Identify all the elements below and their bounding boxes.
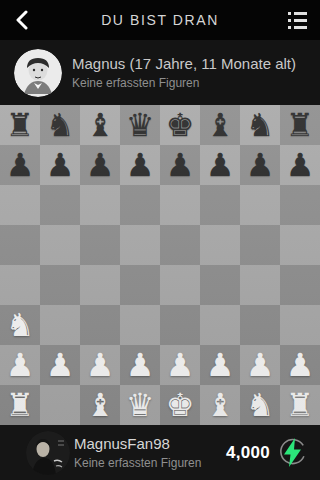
player-avatar — [26, 431, 70, 475]
square-h2[interactable]: ♟ — [280, 345, 320, 385]
square-g6[interactable] — [240, 185, 280, 225]
white-pawn: ♟ — [86, 345, 115, 385]
black-knight: ♞ — [46, 105, 75, 145]
white-pawn: ♟ — [126, 345, 155, 385]
magnus-portrait-icon — [14, 49, 62, 97]
square-d3[interactable] — [120, 305, 160, 345]
white-pawn: ♟ — [6, 345, 35, 385]
white-pawn: ♟ — [246, 345, 275, 385]
square-d4[interactable] — [120, 265, 160, 305]
square-b1[interactable] — [40, 385, 80, 425]
list-menu-icon — [288, 12, 307, 15]
square-e8[interactable]: ♚ — [160, 105, 200, 145]
square-c5[interactable] — [80, 225, 120, 265]
opponent-captured-status: Keine erfassten Figuren — [72, 75, 296, 91]
app-window: DU BIST DRAN Magnus (17 Jahre, 11 Monate… — [0, 0, 320, 480]
white-bishop: ♝ — [86, 385, 115, 425]
square-b5[interactable] — [40, 225, 80, 265]
square-e2[interactable]: ♟ — [160, 345, 200, 385]
square-f5[interactable] — [200, 225, 240, 265]
square-f6[interactable] — [200, 185, 240, 225]
black-bishop: ♝ — [86, 105, 115, 145]
energy-score: 4,000 — [226, 443, 270, 463]
menu-button[interactable] — [282, 6, 312, 34]
square-a2[interactable]: ♟ — [0, 345, 40, 385]
opponent-panel: Magnus (17 Jahre, 11 Monate alt) Keine e… — [0, 40, 320, 105]
square-a4[interactable] — [0, 265, 40, 305]
lightning-bolt-icon[interactable] — [277, 437, 308, 468]
player-photo-icon — [26, 431, 70, 475]
square-d1[interactable]: ♛ — [120, 385, 160, 425]
white-rook: ♜ — [6, 385, 35, 425]
square-h8[interactable]: ♜ — [280, 105, 320, 145]
square-b2[interactable]: ♟ — [40, 345, 80, 385]
square-b4[interactable] — [40, 265, 80, 305]
black-pawn: ♟ — [286, 145, 315, 185]
opponent-avatar — [14, 49, 62, 97]
square-b8[interactable]: ♞ — [40, 105, 80, 145]
white-pawn: ♟ — [46, 345, 75, 385]
square-g2[interactable]: ♟ — [240, 345, 280, 385]
chevron-left-icon — [15, 10, 29, 30]
square-h1[interactable]: ♜ — [280, 385, 320, 425]
square-h3[interactable] — [280, 305, 320, 345]
black-knight: ♞ — [246, 105, 275, 145]
square-e4[interactable] — [160, 265, 200, 305]
square-e3[interactable] — [160, 305, 200, 345]
square-d6[interactable] — [120, 185, 160, 225]
player-panel: MagnusFan98 Keine erfassten Figuren 4,00… — [0, 425, 320, 480]
black-bishop: ♝ — [206, 105, 235, 145]
white-pawn: ♟ — [166, 345, 195, 385]
black-rook: ♜ — [6, 105, 35, 145]
square-f3[interactable] — [200, 305, 240, 345]
square-d7[interactable]: ♟ — [120, 145, 160, 185]
black-queen: ♛ — [126, 105, 155, 145]
square-a7[interactable]: ♟ — [0, 145, 40, 185]
opponent-name: Magnus (17 Jahre, 11 Monate alt) — [72, 54, 296, 73]
square-f4[interactable] — [200, 265, 240, 305]
black-pawn: ♟ — [86, 145, 115, 185]
square-a1[interactable]: ♜ — [0, 385, 40, 425]
square-h4[interactable] — [280, 265, 320, 305]
white-knight: ♞ — [6, 305, 35, 345]
chess-board: ♜♞♝♛♚♝♞♜♟♟♟♟♟♟♟♟♞♟♟♟♟♟♟♟♟♜♝♛♚♝♞♜ — [0, 105, 320, 425]
square-e1[interactable]: ♚ — [160, 385, 200, 425]
square-a6[interactable] — [0, 185, 40, 225]
square-b6[interactable] — [40, 185, 80, 225]
white-bishop: ♝ — [206, 385, 235, 425]
square-g5[interactable] — [240, 225, 280, 265]
square-b7[interactable]: ♟ — [40, 145, 80, 185]
square-a3[interactable]: ♞ — [0, 305, 40, 345]
back-button[interactable] — [6, 4, 38, 36]
player-name: MagnusFan98 — [74, 434, 201, 453]
square-h7[interactable]: ♟ — [280, 145, 320, 185]
black-pawn: ♟ — [126, 145, 155, 185]
white-pawn: ♟ — [206, 345, 235, 385]
black-pawn: ♟ — [246, 145, 275, 185]
square-b3[interactable] — [40, 305, 80, 345]
white-pawn: ♟ — [286, 345, 315, 385]
square-h5[interactable] — [280, 225, 320, 265]
square-c4[interactable] — [80, 265, 120, 305]
black-king: ♚ — [166, 105, 195, 145]
square-c3[interactable] — [80, 305, 120, 345]
square-g1[interactable]: ♞ — [240, 385, 280, 425]
square-f8[interactable]: ♝ — [200, 105, 240, 145]
square-e6[interactable] — [160, 185, 200, 225]
square-a8[interactable]: ♜ — [0, 105, 40, 145]
square-c1[interactable]: ♝ — [80, 385, 120, 425]
square-g4[interactable] — [240, 265, 280, 305]
top-navigation-bar: DU BIST DRAN — [0, 0, 320, 40]
square-c7[interactable]: ♟ — [80, 145, 120, 185]
square-e5[interactable] — [160, 225, 200, 265]
square-g3[interactable] — [240, 305, 280, 345]
square-c6[interactable] — [80, 185, 120, 225]
white-knight: ♞ — [246, 385, 275, 425]
square-f2[interactable]: ♟ — [200, 345, 240, 385]
square-c8[interactable]: ♝ — [80, 105, 120, 145]
square-e7[interactable]: ♟ — [160, 145, 200, 185]
black-pawn: ♟ — [6, 145, 35, 185]
black-pawn: ♟ — [166, 145, 195, 185]
square-g7[interactable]: ♟ — [240, 145, 280, 185]
square-f7[interactable]: ♟ — [200, 145, 240, 185]
square-d5[interactable] — [120, 225, 160, 265]
white-rook: ♜ — [286, 385, 315, 425]
square-h6[interactable] — [280, 185, 320, 225]
square-a5[interactable] — [0, 225, 40, 265]
white-king: ♚ — [166, 385, 195, 425]
square-g8[interactable]: ♞ — [240, 105, 280, 145]
square-d8[interactable]: ♛ — [120, 105, 160, 145]
black-rook: ♜ — [286, 105, 315, 145]
page-title: DU BIST DRAN — [101, 12, 219, 28]
player-captured-status: Keine erfassten Figuren — [74, 455, 201, 471]
square-d2[interactable]: ♟ — [120, 345, 160, 385]
white-queen: ♛ — [126, 385, 155, 425]
black-pawn: ♟ — [46, 145, 75, 185]
black-pawn: ♟ — [206, 145, 235, 185]
square-f1[interactable]: ♝ — [200, 385, 240, 425]
square-c2[interactable]: ♟ — [80, 345, 120, 385]
